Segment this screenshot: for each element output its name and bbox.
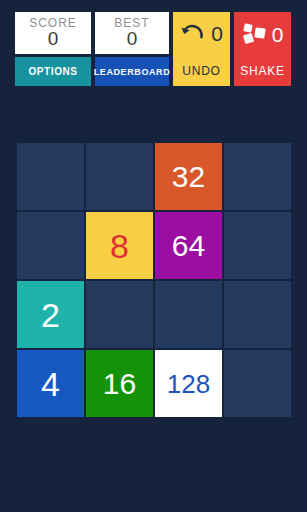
empty-cell — [86, 281, 153, 348]
best-box: BEST 0 — [95, 12, 169, 54]
score-column: SCORE 0 OPTIONS — [15, 12, 91, 86]
empty-cell — [224, 281, 291, 348]
tile-4: 4 — [17, 350, 84, 417]
best-value: 0 — [127, 29, 138, 49]
tile-8: 8 — [86, 212, 153, 279]
shake-dice-icon — [242, 23, 266, 46]
header-bar: SCORE 0 OPTIONS BEST 0 LEADERBOARD 0 UND… — [15, 12, 291, 86]
board[interactable]: 328642416128 — [17, 143, 291, 417]
score-box: SCORE 0 — [15, 12, 91, 54]
empty-cell — [86, 143, 153, 210]
empty-cell — [17, 143, 84, 210]
leaderboard-button[interactable]: LEADERBOARD — [95, 57, 169, 86]
shake-count: 0 — [272, 24, 284, 45]
tile-128: 128 — [155, 350, 222, 417]
tile-2: 2 — [17, 281, 84, 348]
options-button[interactable]: OPTIONS — [15, 57, 91, 86]
undo-button[interactable]: 0 UNDO — [173, 12, 230, 86]
tile-32: 32 — [155, 143, 222, 210]
shake-label: SHAKE — [240, 64, 285, 78]
empty-cell — [224, 212, 291, 279]
shake-button[interactable]: 0 SHAKE — [234, 12, 291, 86]
empty-cell — [224, 350, 291, 417]
undo-count: 0 — [211, 23, 223, 44]
tile-64: 64 — [155, 212, 222, 279]
empty-cell — [155, 281, 222, 348]
empty-cell — [17, 212, 84, 279]
empty-cell — [224, 143, 291, 210]
score-value: 0 — [48, 29, 59, 49]
undo-arrow-icon — [180, 23, 205, 44]
tile-16: 16 — [86, 350, 153, 417]
undo-label: UNDO — [182, 64, 221, 78]
best-column: BEST 0 LEADERBOARD — [95, 12, 169, 86]
